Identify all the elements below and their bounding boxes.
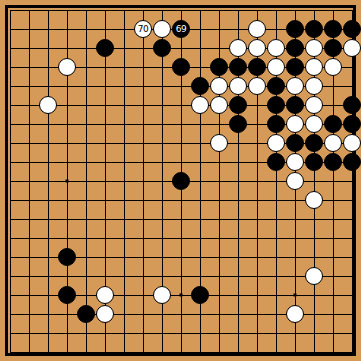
board-cell[interactable] — [134, 343, 153, 361]
board-cell[interactable] — [210, 191, 229, 210]
board-cell[interactable] — [191, 134, 210, 153]
board-cell[interactable]: ● — [229, 96, 248, 115]
board-cell[interactable] — [324, 286, 343, 305]
board-cell[interactable] — [153, 77, 172, 96]
board-cell[interactable] — [39, 229, 58, 248]
board-cell[interactable] — [58, 20, 77, 39]
board-cell[interactable]: ○ — [286, 305, 305, 324]
board-cell[interactable] — [343, 343, 361, 361]
board-cell[interactable] — [39, 77, 58, 96]
board-cell[interactable] — [1, 248, 20, 267]
board-cell[interactable] — [39, 305, 58, 324]
board-cell[interactable] — [77, 39, 96, 58]
board-cell[interactable] — [20, 58, 39, 77]
board-cell[interactable] — [1, 305, 20, 324]
board-cell[interactable] — [305, 248, 324, 267]
board-cell[interactable] — [153, 343, 172, 361]
board-cell[interactable] — [1, 115, 20, 134]
board-cell[interactable]: ○ — [229, 77, 248, 96]
board-cell[interactable] — [39, 191, 58, 210]
board-cell[interactable]: ○ — [305, 115, 324, 134]
board-cell[interactable] — [134, 134, 153, 153]
board-cell[interactable] — [1, 20, 20, 39]
board-cell[interactable] — [115, 153, 134, 172]
board-cell[interactable] — [39, 39, 58, 58]
board-cell[interactable]: 70 — [134, 20, 153, 39]
board-cell[interactable] — [134, 229, 153, 248]
board-cell[interactable] — [58, 39, 77, 58]
board-cell[interactable] — [343, 286, 361, 305]
board-cell[interactable] — [286, 191, 305, 210]
board-cell[interactable] — [153, 96, 172, 115]
board-cell[interactable] — [324, 305, 343, 324]
board-cell[interactable] — [58, 134, 77, 153]
board-cell[interactable]: ○ — [96, 286, 115, 305]
board-cell[interactable] — [267, 248, 286, 267]
board-cell[interactable] — [134, 324, 153, 343]
board-cell[interactable] — [20, 305, 39, 324]
board-cell[interactable] — [77, 20, 96, 39]
board-cell[interactable]: ○ — [305, 58, 324, 77]
board-cell[interactable] — [58, 210, 77, 229]
board-cell[interactable] — [153, 248, 172, 267]
board-cell[interactable]: ○ — [153, 20, 172, 39]
board-cell[interactable] — [134, 39, 153, 58]
board-cell[interactable]: ● — [58, 248, 77, 267]
board-cell[interactable] — [191, 248, 210, 267]
board-cell[interactable] — [20, 77, 39, 96]
board-cell[interactable] — [229, 248, 248, 267]
board-cell[interactable] — [1, 343, 20, 361]
board-cell[interactable] — [1, 96, 20, 115]
board-cell[interactable] — [58, 115, 77, 134]
board-cell[interactable] — [267, 324, 286, 343]
board-cell[interactable] — [20, 20, 39, 39]
board-cell[interactable] — [248, 172, 267, 191]
board-cell[interactable] — [305, 305, 324, 324]
board-cell[interactable] — [172, 1, 191, 20]
board-cell[interactable] — [229, 20, 248, 39]
board-cell[interactable] — [115, 267, 134, 286]
board-cell[interactable] — [343, 191, 361, 210]
board-cell[interactable] — [267, 343, 286, 361]
board-cell[interactable]: ○ — [229, 39, 248, 58]
board-cell[interactable] — [134, 191, 153, 210]
board-cell[interactable] — [58, 1, 77, 20]
board-cell[interactable] — [96, 77, 115, 96]
board-cell[interactable] — [248, 210, 267, 229]
board-cell[interactable] — [324, 343, 343, 361]
board-cell[interactable] — [58, 96, 77, 115]
board-cell[interactable]: ● — [229, 115, 248, 134]
board-cell[interactable] — [172, 305, 191, 324]
board-cell[interactable]: ● — [96, 39, 115, 58]
board-cell[interactable] — [267, 267, 286, 286]
board-cell[interactable] — [324, 77, 343, 96]
board-cell[interactable] — [210, 115, 229, 134]
board-cell[interactable] — [324, 172, 343, 191]
board-cell[interactable]: ○ — [267, 134, 286, 153]
board-cell[interactable] — [248, 115, 267, 134]
board-cell[interactable]: ● — [305, 153, 324, 172]
board-cell[interactable] — [134, 305, 153, 324]
board-cell[interactable] — [96, 191, 115, 210]
board-cell[interactable] — [153, 191, 172, 210]
board-cell[interactable] — [115, 191, 134, 210]
board-cell[interactable]: ● — [267, 115, 286, 134]
board-cell[interactable] — [286, 267, 305, 286]
board-cell[interactable] — [210, 286, 229, 305]
board-cell[interactable] — [115, 286, 134, 305]
board-cell[interactable] — [343, 324, 361, 343]
board-cell[interactable] — [96, 172, 115, 191]
board-cell[interactable] — [286, 343, 305, 361]
board-cell[interactable] — [96, 58, 115, 77]
board-cell[interactable] — [286, 229, 305, 248]
board-cell[interactable] — [58, 324, 77, 343]
board-cell[interactable] — [96, 210, 115, 229]
board-cell[interactable] — [229, 286, 248, 305]
board-cell[interactable]: ○ — [305, 39, 324, 58]
board-cell[interactable] — [210, 210, 229, 229]
board-cell[interactable] — [77, 1, 96, 20]
board-cell[interactable] — [172, 115, 191, 134]
board-cell[interactable] — [248, 286, 267, 305]
board-cell[interactable] — [39, 210, 58, 229]
board-cell[interactable] — [77, 96, 96, 115]
board-cell[interactable] — [58, 343, 77, 361]
board-cell[interactable] — [115, 343, 134, 361]
board-cell[interactable] — [324, 248, 343, 267]
board-cell[interactable] — [229, 191, 248, 210]
board-cell[interactable] — [153, 210, 172, 229]
board-cell[interactable] — [172, 134, 191, 153]
board-cell[interactable] — [229, 229, 248, 248]
board-cell[interactable] — [77, 343, 96, 361]
board-cell[interactable] — [229, 153, 248, 172]
board-cell[interactable] — [20, 96, 39, 115]
board-cell[interactable]: ○ — [286, 77, 305, 96]
board-cell[interactable]: ○ — [210, 134, 229, 153]
board-cell[interactable] — [39, 58, 58, 77]
board-cell[interactable]: ○ — [343, 134, 361, 153]
board-cell[interactable]: ○ — [305, 267, 324, 286]
board-cell[interactable] — [229, 305, 248, 324]
board-cell[interactable] — [153, 172, 172, 191]
board-cell[interactable]: ● — [343, 153, 361, 172]
board-cell[interactable] — [286, 210, 305, 229]
board-cell[interactable] — [77, 191, 96, 210]
board-cell[interactable]: ● — [324, 39, 343, 58]
board-cell[interactable] — [267, 286, 286, 305]
board-cell[interactable] — [305, 324, 324, 343]
board-cell[interactable]: ● — [343, 115, 361, 134]
board-cell[interactable]: ○ — [96, 305, 115, 324]
board-cell[interactable] — [324, 1, 343, 20]
board-cell[interactable] — [58, 267, 77, 286]
board-cell[interactable] — [191, 305, 210, 324]
board-cell[interactable]: ● — [286, 134, 305, 153]
board-cell[interactable] — [324, 191, 343, 210]
board-cell[interactable]: 69 — [172, 20, 191, 39]
board-cell[interactable] — [210, 248, 229, 267]
board-cell[interactable] — [172, 286, 191, 305]
board-cell[interactable]: ○ — [153, 286, 172, 305]
board-cell[interactable] — [20, 39, 39, 58]
board-cell[interactable]: ● — [267, 77, 286, 96]
board-cell[interactable] — [39, 286, 58, 305]
board-cell[interactable] — [343, 58, 361, 77]
board-cell[interactable] — [20, 267, 39, 286]
board-cell[interactable] — [267, 1, 286, 20]
board-cell[interactable] — [20, 248, 39, 267]
board-cell[interactable]: ● — [324, 20, 343, 39]
board-cell[interactable] — [305, 172, 324, 191]
board-cell[interactable] — [305, 229, 324, 248]
board-cell[interactable] — [77, 286, 96, 305]
board-cell[interactable] — [172, 191, 191, 210]
board-cell[interactable] — [172, 248, 191, 267]
board-cell[interactable] — [115, 305, 134, 324]
board-cell[interactable] — [210, 20, 229, 39]
board-cell[interactable] — [324, 324, 343, 343]
board-cell[interactable] — [77, 324, 96, 343]
board-cell[interactable] — [191, 20, 210, 39]
board-cell[interactable]: ● — [58, 286, 77, 305]
board-cell[interactable] — [153, 153, 172, 172]
board-cell[interactable] — [39, 115, 58, 134]
board-cell[interactable] — [115, 77, 134, 96]
board-cell[interactable] — [248, 134, 267, 153]
board-cell[interactable] — [305, 210, 324, 229]
board-cell[interactable] — [115, 172, 134, 191]
board-cell[interactable] — [191, 115, 210, 134]
board-cell[interactable] — [1, 191, 20, 210]
board-cell[interactable] — [96, 343, 115, 361]
board-cell[interactable] — [172, 343, 191, 361]
board-cell[interactable] — [248, 343, 267, 361]
board-cell[interactable] — [134, 248, 153, 267]
board-cell[interactable] — [115, 115, 134, 134]
board-cell[interactable] — [324, 96, 343, 115]
board-cell[interactable] — [172, 153, 191, 172]
board-cell[interactable] — [191, 267, 210, 286]
board-cell[interactable] — [210, 172, 229, 191]
board-cell[interactable] — [343, 305, 361, 324]
board-cell[interactable]: ○ — [267, 58, 286, 77]
board-cell[interactable]: ● — [305, 134, 324, 153]
board-cell[interactable] — [248, 305, 267, 324]
board-cell[interactable]: ○ — [39, 96, 58, 115]
board-cell[interactable]: ● — [153, 39, 172, 58]
board-cell[interactable] — [20, 324, 39, 343]
board-cell[interactable] — [20, 191, 39, 210]
board-cell[interactable] — [305, 1, 324, 20]
board-cell[interactable] — [1, 134, 20, 153]
board-cell[interactable] — [77, 77, 96, 96]
board-cell[interactable] — [134, 153, 153, 172]
board-cell[interactable] — [134, 115, 153, 134]
board-cell[interactable] — [20, 115, 39, 134]
board-cell[interactable] — [58, 229, 77, 248]
board-cell[interactable] — [191, 324, 210, 343]
board-cell[interactable] — [267, 191, 286, 210]
board-cell[interactable] — [324, 229, 343, 248]
board-cell[interactable] — [1, 267, 20, 286]
board-cell[interactable] — [153, 58, 172, 77]
board-cell[interactable] — [172, 267, 191, 286]
board-cell[interactable] — [39, 324, 58, 343]
board-cell[interactable] — [191, 58, 210, 77]
board-cell[interactable] — [20, 343, 39, 361]
board-cell[interactable] — [210, 1, 229, 20]
board-cell[interactable] — [191, 153, 210, 172]
board-cell[interactable]: ● — [305, 20, 324, 39]
board-cell[interactable] — [343, 229, 361, 248]
board-cell[interactable]: ○ — [210, 96, 229, 115]
board-cell[interactable] — [39, 248, 58, 267]
board-cell[interactable] — [248, 1, 267, 20]
board-cell[interactable]: ○ — [305, 77, 324, 96]
board-cell[interactable] — [115, 96, 134, 115]
board-cell[interactable] — [210, 343, 229, 361]
board-cell[interactable]: ● — [172, 58, 191, 77]
board-cell[interactable] — [267, 229, 286, 248]
board-cell[interactable] — [96, 1, 115, 20]
board-cell[interactable] — [343, 210, 361, 229]
board-cell[interactable] — [115, 248, 134, 267]
board-cell[interactable] — [210, 305, 229, 324]
board-cell[interactable] — [210, 153, 229, 172]
board-cell[interactable]: ○ — [58, 58, 77, 77]
board-cell[interactable] — [191, 229, 210, 248]
board-cell[interactable] — [1, 286, 20, 305]
board-cell[interactable]: ● — [343, 20, 361, 39]
board-cell[interactable] — [39, 172, 58, 191]
board-cell[interactable] — [267, 210, 286, 229]
board-cell[interactable] — [77, 172, 96, 191]
board-cell[interactable] — [1, 58, 20, 77]
board-cell[interactable] — [267, 305, 286, 324]
board-cell[interactable] — [1, 172, 20, 191]
board-cell[interactable] — [153, 1, 172, 20]
board-cell[interactable] — [191, 1, 210, 20]
board-cell[interactable] — [77, 210, 96, 229]
board-cell[interactable] — [96, 267, 115, 286]
board-cell[interactable] — [172, 229, 191, 248]
board-cell[interactable] — [115, 39, 134, 58]
board-cell[interactable]: ● — [248, 58, 267, 77]
board-cell[interactable] — [39, 267, 58, 286]
board-cell[interactable] — [210, 39, 229, 58]
board-cell[interactable] — [153, 115, 172, 134]
board-cell[interactable] — [229, 172, 248, 191]
board-cell[interactable] — [248, 153, 267, 172]
board-cell[interactable] — [115, 324, 134, 343]
board-cell[interactable] — [134, 172, 153, 191]
board-cell[interactable] — [134, 286, 153, 305]
board-cell[interactable] — [267, 20, 286, 39]
board-cell[interactable] — [96, 324, 115, 343]
board-cell[interactable] — [191, 343, 210, 361]
board-cell[interactable] — [134, 210, 153, 229]
board-cell[interactable] — [172, 39, 191, 58]
board-cell[interactable] — [248, 191, 267, 210]
board-cell[interactable]: ● — [267, 96, 286, 115]
board-cell[interactable] — [134, 77, 153, 96]
board-cell[interactable] — [58, 77, 77, 96]
board-cell[interactable] — [96, 134, 115, 153]
board-cell[interactable] — [153, 267, 172, 286]
board-cell[interactable] — [1, 324, 20, 343]
board-cell[interactable] — [39, 1, 58, 20]
board-cell[interactable] — [343, 1, 361, 20]
board-cell[interactable]: ● — [343, 96, 361, 115]
board-cell[interactable] — [58, 172, 77, 191]
board-cell[interactable] — [20, 229, 39, 248]
board-cell[interactable] — [153, 229, 172, 248]
board-cell[interactable] — [153, 305, 172, 324]
board-cell[interactable] — [172, 77, 191, 96]
board-cell[interactable] — [20, 1, 39, 20]
board-cell[interactable] — [1, 39, 20, 58]
board-cell[interactable] — [39, 153, 58, 172]
board-cell[interactable]: ○ — [286, 115, 305, 134]
board-cell[interactable] — [77, 153, 96, 172]
board-cell[interactable] — [248, 96, 267, 115]
board-cell[interactable]: ○ — [248, 20, 267, 39]
board-cell[interactable] — [20, 210, 39, 229]
board-cell[interactable]: ○ — [343, 39, 361, 58]
board-cell[interactable] — [1, 1, 20, 20]
board-cell[interactable] — [77, 248, 96, 267]
board-cell[interactable] — [343, 77, 361, 96]
board-cell[interactable] — [172, 96, 191, 115]
board-cell[interactable] — [134, 96, 153, 115]
board-cell[interactable] — [96, 20, 115, 39]
board-cell[interactable] — [96, 115, 115, 134]
board-cell[interactable] — [229, 1, 248, 20]
board-cell[interactable]: ○ — [305, 96, 324, 115]
board-cell[interactable] — [20, 134, 39, 153]
board-cell[interactable] — [115, 1, 134, 20]
board-cell[interactable] — [305, 343, 324, 361]
board-cell[interactable] — [229, 267, 248, 286]
board-cell[interactable] — [153, 134, 172, 153]
board-cell[interactable] — [77, 115, 96, 134]
board-cell[interactable] — [77, 134, 96, 153]
board-cell[interactable]: ● — [286, 96, 305, 115]
board-cell[interactable] — [191, 210, 210, 229]
board-cell[interactable] — [324, 210, 343, 229]
board-cell[interactable] — [343, 248, 361, 267]
board-cell[interactable] — [324, 267, 343, 286]
board-cell[interactable]: ● — [77, 305, 96, 324]
board-cell[interactable] — [1, 229, 20, 248]
board-cell[interactable] — [286, 286, 305, 305]
board-cell[interactable] — [39, 134, 58, 153]
board-cell[interactable] — [77, 58, 96, 77]
board-cell[interactable] — [96, 96, 115, 115]
board-cell[interactable]: ● — [172, 172, 191, 191]
board-cell[interactable] — [210, 324, 229, 343]
board-cell[interactable] — [96, 248, 115, 267]
board-cell[interactable] — [134, 58, 153, 77]
board-cell[interactable] — [191, 191, 210, 210]
board-cell[interactable]: ○ — [248, 39, 267, 58]
board-cell[interactable] — [115, 20, 134, 39]
board-cell[interactable]: ● — [210, 58, 229, 77]
